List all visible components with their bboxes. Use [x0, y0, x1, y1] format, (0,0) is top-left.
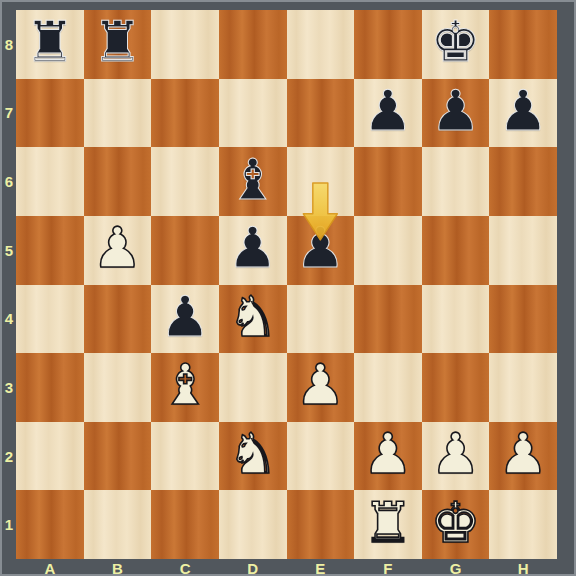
square-d5[interactable]: ♟ — [219, 216, 287, 285]
piece-white-knight[interactable]: ♞ — [228, 289, 278, 345]
piece-black-pawn[interactable]: ♟ — [363, 83, 413, 139]
square-d1[interactable] — [219, 490, 287, 559]
piece-white-pawn[interactable]: ♟ — [92, 220, 142, 276]
square-b2[interactable] — [84, 422, 152, 491]
file-label-d: D — [219, 559, 287, 576]
piece-black-rook[interactable]: ♜ — [92, 14, 142, 70]
square-d2[interactable]: ♞ — [219, 422, 287, 491]
square-e3[interactable]: ♟ — [287, 353, 355, 422]
square-g5[interactable] — [422, 216, 490, 285]
square-c4[interactable]: ♟ — [151, 285, 219, 354]
rank-label-2: 2 — [2, 422, 16, 491]
square-b3[interactable] — [84, 353, 152, 422]
piece-white-bishop[interactable]: ♝ — [160, 357, 210, 413]
rank-label-7: 7 — [2, 79, 16, 148]
square-g3[interactable] — [422, 353, 490, 422]
square-e7[interactable] — [287, 79, 355, 148]
square-g4[interactable] — [422, 285, 490, 354]
square-a7[interactable] — [16, 79, 84, 148]
file-label-e: E — [287, 559, 355, 576]
square-a3[interactable] — [16, 353, 84, 422]
file-label-a: A — [16, 559, 84, 576]
square-c1[interactable] — [151, 490, 219, 559]
square-h4[interactable] — [489, 285, 557, 354]
square-d8[interactable] — [219, 10, 287, 79]
square-a6[interactable] — [16, 147, 84, 216]
rank-label-5: 5 — [2, 216, 16, 285]
square-b4[interactable] — [84, 285, 152, 354]
square-d7[interactable] — [219, 79, 287, 148]
square-c8[interactable] — [151, 10, 219, 79]
file-label-f: F — [354, 559, 422, 576]
square-a2[interactable] — [16, 422, 84, 491]
square-g8[interactable]: ♚ — [422, 10, 490, 79]
square-b5[interactable]: ♟ — [84, 216, 152, 285]
square-b1[interactable] — [84, 490, 152, 559]
square-c7[interactable] — [151, 79, 219, 148]
piece-black-pawn[interactable]: ♟ — [498, 83, 548, 139]
piece-white-king[interactable]: ♚ — [430, 495, 480, 551]
square-f2[interactable]: ♟ — [354, 422, 422, 491]
chess-diagram: ♜♜♚♟♟♟♝♟♟♟♟♞♝♟♞♟♟♟♜♚ 87654321 ABCDEFGH — [0, 0, 576, 576]
square-g6[interactable] — [422, 147, 490, 216]
piece-black-king[interactable]: ♚ — [430, 14, 480, 70]
square-h5[interactable] — [489, 216, 557, 285]
square-f5[interactable] — [354, 216, 422, 285]
square-c5[interactable] — [151, 216, 219, 285]
rank-label-1: 1 — [2, 490, 16, 559]
piece-white-pawn[interactable]: ♟ — [430, 426, 480, 482]
piece-white-pawn[interactable]: ♟ — [295, 357, 345, 413]
square-c6[interactable] — [151, 147, 219, 216]
rank-label-3: 3 — [2, 353, 16, 422]
piece-black-pawn[interactable]: ♟ — [160, 289, 210, 345]
square-b8[interactable]: ♜ — [84, 10, 152, 79]
square-b7[interactable] — [84, 79, 152, 148]
square-f6[interactable] — [354, 147, 422, 216]
square-a8[interactable]: ♜ — [16, 10, 84, 79]
square-c3[interactable]: ♝ — [151, 353, 219, 422]
square-h1[interactable] — [489, 490, 557, 559]
square-e2[interactable] — [287, 422, 355, 491]
square-f1[interactable]: ♜ — [354, 490, 422, 559]
square-d4[interactable]: ♞ — [219, 285, 287, 354]
square-h7[interactable]: ♟ — [489, 79, 557, 148]
square-d6[interactable]: ♝ — [219, 147, 287, 216]
square-h8[interactable] — [489, 10, 557, 79]
piece-white-pawn[interactable]: ♟ — [498, 426, 548, 482]
piece-black-pawn[interactable]: ♟ — [228, 220, 278, 276]
square-a4[interactable] — [16, 285, 84, 354]
square-e1[interactable] — [287, 490, 355, 559]
piece-black-rook[interactable]: ♜ — [25, 14, 75, 70]
file-label-b: B — [84, 559, 152, 576]
file-label-g: G — [422, 559, 490, 576]
rank-label-8: 8 — [2, 10, 16, 79]
square-h2[interactable]: ♟ — [489, 422, 557, 491]
square-f7[interactable]: ♟ — [354, 79, 422, 148]
square-a1[interactable] — [16, 490, 84, 559]
square-d3[interactable] — [219, 353, 287, 422]
square-h3[interactable] — [489, 353, 557, 422]
square-c2[interactable] — [151, 422, 219, 491]
square-e8[interactable] — [287, 10, 355, 79]
piece-black-bishop[interactable]: ♝ — [228, 152, 278, 208]
piece-black-pawn[interactable]: ♟ — [430, 83, 480, 139]
square-g1[interactable]: ♚ — [422, 490, 490, 559]
file-label-h: H — [489, 559, 557, 576]
piece-white-pawn[interactable]: ♟ — [363, 426, 413, 482]
file-label-c: C — [151, 559, 219, 576]
square-g7[interactable]: ♟ — [422, 79, 490, 148]
piece-white-knight[interactable]: ♞ — [228, 426, 278, 482]
square-f8[interactable] — [354, 10, 422, 79]
square-e6[interactable] — [287, 147, 355, 216]
rank-label-6: 6 — [2, 147, 16, 216]
rank-label-4: 4 — [2, 285, 16, 354]
square-a5[interactable] — [16, 216, 84, 285]
piece-white-rook[interactable]: ♜ — [363, 495, 413, 551]
piece-black-pawn[interactable]: ♟ — [295, 220, 345, 276]
square-h6[interactable] — [489, 147, 557, 216]
square-e4[interactable] — [287, 285, 355, 354]
square-f3[interactable] — [354, 353, 422, 422]
square-b6[interactable] — [84, 147, 152, 216]
square-e5[interactable]: ♟ — [287, 216, 355, 285]
square-g2[interactable]: ♟ — [422, 422, 490, 491]
square-f4[interactable] — [354, 285, 422, 354]
chess-board: ♜♜♚♟♟♟♝♟♟♟♟♞♝♟♞♟♟♟♜♚ — [16, 10, 557, 559]
